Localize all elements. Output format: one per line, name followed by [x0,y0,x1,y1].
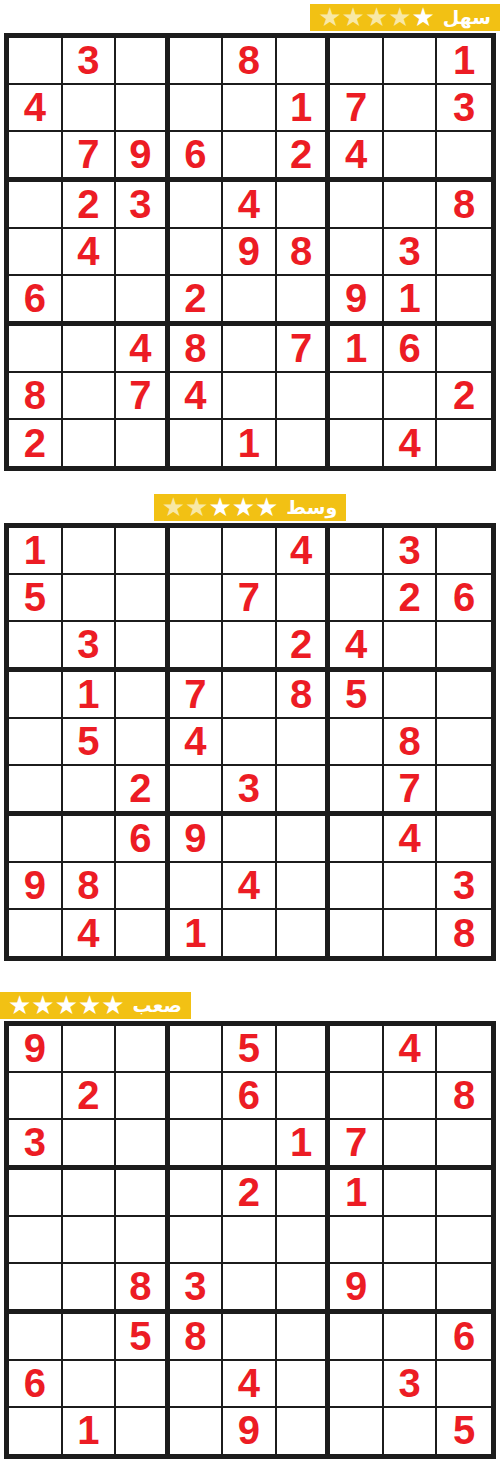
cell-r4c9[interactable] [437,672,491,719]
cell-r9c2[interactable] [63,420,117,466]
cell-r4c5[interactable] [223,672,277,719]
cell-r5c3[interactable] [116,719,170,766]
cell-r7c2[interactable] [63,816,117,863]
cell-r4c8[interactable] [384,1170,438,1217]
cell-r8c9[interactable]: 2 [437,373,491,420]
cell-r7c2[interactable] [63,326,117,373]
cell-r5c9[interactable] [437,719,491,766]
cell-r8c3[interactable] [116,1361,170,1408]
cell-r4c4[interactable] [170,182,224,229]
cell-r2c3[interactable] [116,575,170,622]
cell-r8c1[interactable]: 6 [9,1361,63,1408]
cell-r9c3[interactable] [116,910,170,956]
cell-r8c8[interactable] [384,863,438,910]
cell-r2c3[interactable] [116,1073,170,1120]
cell-r8c7[interactable] [330,863,384,910]
cell-r9c4[interactable] [170,1408,224,1455]
cell-r9c6[interactable] [277,420,331,466]
star-empty-icon: ★ [388,4,411,31]
cell-r7c6[interactable]: 7 [277,326,331,373]
cell-r3c4[interactable]: 6 [170,132,224,182]
difficulty-label-easy: سهل [443,4,491,31]
cell-r9c9[interactable]: 8 [437,910,491,956]
cell-r6c7[interactable]: 9 [330,1264,384,1314]
cell-r8c1[interactable]: 9 [9,863,63,910]
cell-r9c8[interactable] [384,1408,438,1455]
cell-r9c3[interactable] [116,1408,170,1455]
cell-r2c6[interactable] [277,575,331,622]
cell-r6c2[interactable] [63,276,117,326]
cell-r3c5[interactable] [223,132,277,182]
cell-r2c4[interactable] [170,1073,224,1120]
difficulty-banner-hard: ★★★★★ صعب [0,992,191,1019]
star-filled-icon: ★ [255,494,278,521]
cell-r6c6[interactable] [277,1264,331,1314]
cell-r7c8[interactable]: 6 [384,326,438,373]
cell-r2c8[interactable] [384,1073,438,1120]
cell-r1c8[interactable]: 4 [384,1026,438,1073]
cell-r3c6[interactable]: 1 [277,1120,331,1170]
cell-r5c8[interactable]: 8 [384,719,438,766]
cell-r3c3[interactable]: 9 [116,132,170,182]
cell-r5c7[interactable] [330,719,384,766]
cell-r9c6[interactable] [277,1408,331,1455]
star-filled-icon: ★ [412,4,435,31]
cell-r5c5[interactable] [223,1217,277,1264]
cell-r1c3[interactable] [116,528,170,575]
cell-r4c6[interactable]: 8 [277,672,331,719]
cell-r7c4[interactable]: 9 [170,816,224,863]
cell-r1c3[interactable] [116,38,170,85]
difficulty-label-medium: وسط [286,494,337,521]
cell-r6c1[interactable] [9,1264,63,1314]
cell-r7c3[interactable]: 4 [116,326,170,373]
cell-r2c6[interactable] [277,1073,331,1120]
cell-r2c8[interactable]: 2 [384,575,438,622]
cell-r9c8[interactable] [384,910,438,956]
cell-r8c6[interactable] [277,373,331,420]
cell-r1c2[interactable] [63,528,117,575]
cell-r8c9[interactable]: 3 [437,863,491,910]
cell-r9c4[interactable]: 1 [170,910,224,956]
cell-r8c4[interactable] [170,1361,224,1408]
cell-r2c5[interactable]: 6 [223,1073,277,1120]
cell-r2c1[interactable]: 4 [9,85,63,132]
difficulty-banner-row: ★★★★★ وسط [0,494,500,521]
difficulty-banner-row: ★★★★★ صعب [0,992,500,1019]
cell-r4c3[interactable] [116,672,170,719]
cell-r4c8[interactable] [384,182,438,229]
cell-r4c7[interactable]: 5 [330,672,384,719]
cell-r5c1[interactable] [9,719,63,766]
cell-r9c7[interactable] [330,1408,384,1455]
cell-r3c2[interactable]: 3 [63,622,117,672]
cell-r6c5[interactable]: 3 [223,766,277,816]
cell-r1c9[interactable]: 1 [437,38,491,85]
cell-r8c7[interactable] [330,373,384,420]
cell-r7c9[interactable]: 6 [437,1314,491,1361]
cell-r6c2[interactable] [63,766,117,816]
cell-r2c2[interactable] [63,575,117,622]
cell-r3c6[interactable]: 2 [277,622,331,672]
cell-r6c7[interactable]: 9 [330,276,384,326]
cell-r9c9[interactable]: 5 [437,1408,491,1455]
star-filled-icon: ★ [8,992,31,1019]
cell-r1c3[interactable] [116,1026,170,1073]
cell-r3c3[interactable] [116,1120,170,1170]
cell-r2c1[interactable]: 5 [9,575,63,622]
cell-r1c2[interactable] [63,1026,117,1073]
cell-r4c4[interactable]: 7 [170,672,224,719]
cell-r7c6[interactable] [277,816,331,863]
cell-r3c2[interactable]: 7 [63,132,117,182]
cell-r7c1[interactable] [9,326,63,373]
cell-r4c1[interactable] [9,1170,63,1217]
cell-r1c5[interactable]: 8 [223,38,277,85]
cell-r1c7[interactable] [330,528,384,575]
cell-r6c9[interactable] [437,766,491,816]
cell-r8c3[interactable] [116,863,170,910]
cell-r9c8[interactable]: 4 [384,420,438,466]
cell-r3c9[interactable] [437,1120,491,1170]
cell-r2c3[interactable] [116,85,170,132]
cell-r8c7[interactable] [330,1361,384,1408]
cell-r5c5[interactable]: 9 [223,229,277,276]
cell-r4c2[interactable]: 2 [63,182,117,229]
cell-r3c6[interactable]: 2 [277,132,331,182]
cell-r9c3[interactable] [116,420,170,466]
cell-r8c2[interactable] [63,1361,117,1408]
cell-r4c2[interactable] [63,1170,117,1217]
cell-r9c2[interactable]: 4 [63,910,117,956]
sudoku-board-hard: 95426831721839586643195 [4,1021,496,1459]
cell-r5c9[interactable] [437,229,491,276]
cell-r6c6[interactable] [277,276,331,326]
cell-r5c3[interactable] [116,1217,170,1264]
cell-r3c5[interactable] [223,622,277,672]
cell-r5c8[interactable]: 3 [384,229,438,276]
difficulty-banner-easy: ★★★★★ سهل [310,4,500,31]
star-filled-icon: ★ [232,494,255,521]
cell-r6c3[interactable] [116,276,170,326]
cell-r1c9[interactable] [437,528,491,575]
cell-r4c5[interactable]: 4 [223,182,277,229]
cell-r7c3[interactable]: 5 [116,1314,170,1361]
cell-r4c9[interactable]: 8 [437,182,491,229]
difficulty-banner-medium: ★★★★★ وسط [154,494,346,521]
cell-r2c7[interactable] [330,575,384,622]
cell-r8c2[interactable] [63,373,117,420]
cell-r5c6[interactable]: 8 [277,229,331,276]
cell-r9c1[interactable]: 2 [9,420,63,466]
cell-r1c8[interactable] [384,38,438,85]
cell-r5c1[interactable] [9,1217,63,1264]
cell-r3c8[interactable] [384,1120,438,1170]
cell-r6c4[interactable]: 3 [170,1264,224,1314]
cell-r4c1[interactable] [9,182,63,229]
cell-r2c5[interactable]: 7 [223,575,277,622]
cell-r1c7[interactable] [330,1026,384,1073]
cell-r3c4[interactable] [170,622,224,672]
difficulty-label-hard: صعب [133,992,182,1019]
cell-r5c1[interactable] [9,229,63,276]
cell-r9c6[interactable] [277,910,331,956]
cell-r4c7[interactable] [330,182,384,229]
cell-r1c1[interactable]: 9 [9,1026,63,1073]
difficulty-banner-row: ★★★★★ سهل [0,4,500,31]
cell-r6c8[interactable] [384,1264,438,1314]
cell-r3c8[interactable] [384,622,438,672]
cell-r5c5[interactable] [223,719,277,766]
cell-r7c6[interactable] [277,1314,331,1361]
cell-r3c2[interactable] [63,1120,117,1170]
cell-r2c7[interactable]: 7 [330,85,384,132]
cell-r1c5[interactable]: 5 [223,1026,277,1073]
cell-r5c6[interactable] [277,719,331,766]
cell-r5c2[interactable] [63,1217,117,1264]
star-empty-icon: ★ [185,494,208,521]
cell-r2c6[interactable]: 1 [277,85,331,132]
cell-r4c4[interactable] [170,1170,224,1217]
puzzle-section-medium: ★★★★★ وسط 143572632417855482376949843418 [0,494,500,961]
cell-r7c5[interactable] [223,1314,277,1361]
cell-r1c5[interactable] [223,528,277,575]
cell-r8c1[interactable]: 8 [9,373,63,420]
cell-r9c2[interactable]: 1 [63,1408,117,1455]
cell-r4c5[interactable]: 2 [223,1170,277,1217]
cell-r2c2[interactable] [63,85,117,132]
cell-r9c7[interactable] [330,420,384,466]
cell-r7c7[interactable] [330,816,384,863]
difficulty-stars: ★★★★★ [162,494,279,521]
cell-r3c1[interactable] [9,622,63,672]
cell-r4c8[interactable] [384,672,438,719]
cell-r8c8[interactable] [384,373,438,420]
difficulty-stars: ★★★★★ [318,4,435,31]
cell-r5c9[interactable] [437,1217,491,1264]
cell-r3c9[interactable] [437,622,491,672]
difficulty-stars: ★★★★★ [8,992,125,1019]
cell-r6c4[interactable]: 2 [170,276,224,326]
cell-r7c8[interactable]: 4 [384,816,438,863]
cell-r1c4[interactable] [170,38,224,85]
cell-r5c4[interactable]: 4 [170,719,224,766]
cell-r2c9[interactable]: 6 [437,575,491,622]
cell-r6c6[interactable] [277,766,331,816]
star-empty-icon: ★ [342,4,365,31]
cell-r5c3[interactable] [116,229,170,276]
cell-r8c5[interactable]: 4 [223,1361,277,1408]
cell-r9c5[interactable] [223,910,277,956]
cell-r7c9[interactable] [437,326,491,373]
cell-r8c6[interactable] [277,863,331,910]
cell-r2c8[interactable] [384,85,438,132]
cell-r7c1[interactable] [9,816,63,863]
cell-r8c2[interactable]: 8 [63,863,117,910]
cell-r3c7[interactable]: 7 [330,1120,384,1170]
cell-r2c5[interactable] [223,85,277,132]
cell-r5c2[interactable]: 4 [63,229,117,276]
cell-r7c8[interactable] [384,1314,438,1361]
cell-r4c1[interactable] [9,672,63,719]
star-empty-icon: ★ [162,494,185,521]
cell-r7c7[interactable]: 1 [330,326,384,373]
cell-r3c1[interactable]: 3 [9,1120,63,1170]
cell-r9c1[interactable] [9,1408,63,1455]
cell-r8c8[interactable]: 3 [384,1361,438,1408]
cell-r6c2[interactable] [63,1264,117,1314]
puzzle-section-easy: ★★★★★ سهل 381417379624234849836291487168… [0,4,500,471]
star-filled-icon: ★ [31,992,54,1019]
cell-r8c6[interactable] [277,1361,331,1408]
cell-r1c9[interactable] [437,1026,491,1073]
cell-r4c9[interactable] [437,1170,491,1217]
cell-r2c9[interactable]: 8 [437,1073,491,1120]
cell-r5c4[interactable] [170,1217,224,1264]
cell-r6c1[interactable] [9,766,63,816]
cell-r2c7[interactable] [330,1073,384,1120]
cell-r4c3[interactable]: 3 [116,182,170,229]
cell-r1c7[interactable] [330,38,384,85]
cell-r2c4[interactable] [170,575,224,622]
star-empty-icon: ★ [365,4,388,31]
star-filled-icon: ★ [78,992,101,1019]
cell-r9c1[interactable] [9,910,63,956]
cell-r3c9[interactable] [437,132,491,182]
cell-r5c8[interactable] [384,1217,438,1264]
cell-r7c1[interactable] [9,1314,63,1361]
cell-r2c9[interactable]: 3 [437,85,491,132]
cell-r3c7[interactable]: 4 [330,622,384,672]
cell-r3c1[interactable] [9,132,63,182]
cell-r4c3[interactable] [116,1170,170,1217]
star-filled-icon: ★ [55,992,78,1019]
star-empty-icon: ★ [318,4,341,31]
cell-r7c9[interactable] [437,816,491,863]
cell-r8c4[interactable]: 4 [170,373,224,420]
cell-r4c6[interactable] [277,182,331,229]
cell-r6c3[interactable]: 8 [116,1264,170,1314]
cell-r6c9[interactable] [437,276,491,326]
cell-r6c4[interactable] [170,766,224,816]
cell-r8c3[interactable]: 7 [116,373,170,420]
cell-r8c5[interactable]: 4 [223,863,277,910]
cell-r4c7[interactable]: 1 [330,1170,384,1217]
cell-r7c2[interactable] [63,1314,117,1361]
cell-r2c2[interactable]: 2 [63,1073,117,1120]
cell-r1c2[interactable]: 3 [63,38,117,85]
cell-r1c6[interactable] [277,38,331,85]
cell-r6c8[interactable]: 7 [384,766,438,816]
cell-r7c3[interactable]: 6 [116,816,170,863]
cell-r7c4[interactable]: 8 [170,326,224,373]
cell-r5c4[interactable] [170,229,224,276]
cell-r5c7[interactable] [330,1217,384,1264]
cell-r1c1[interactable] [9,38,63,85]
puzzle-section-hard: ★★★★★ صعب 95426831721839586643195 [0,992,500,1459]
cell-r1c6[interactable]: 4 [277,528,331,575]
cell-r6c8[interactable]: 1 [384,276,438,326]
cell-r2c1[interactable] [9,1073,63,1120]
star-filled-icon: ★ [101,992,124,1019]
cell-r5c7[interactable] [330,229,384,276]
cell-r6c9[interactable] [437,1264,491,1314]
cell-r8c4[interactable] [170,863,224,910]
cell-r4c6[interactable] [277,1170,331,1217]
cell-r2c4[interactable] [170,85,224,132]
cell-r5c6[interactable] [277,1217,331,1264]
cell-r3c4[interactable] [170,1120,224,1170]
cell-r7c5[interactable] [223,816,277,863]
cell-r9c5[interactable]: 1 [223,420,277,466]
cell-r6c5[interactable] [223,276,277,326]
star-filled-icon: ★ [208,494,231,521]
cell-r9c5[interactable]: 9 [223,1408,277,1455]
cell-r8c5[interactable] [223,373,277,420]
cell-r3c8[interactable] [384,132,438,182]
cell-r1c4[interactable] [170,528,224,575]
cell-r9c7[interactable] [330,910,384,956]
cell-r1c6[interactable] [277,1026,331,1073]
cell-r7c5[interactable] [223,326,277,373]
cell-r4c2[interactable]: 1 [63,672,117,719]
cell-r3c3[interactable] [116,622,170,672]
cell-r6c7[interactable] [330,766,384,816]
cell-r6c3[interactable]: 2 [116,766,170,816]
sudoku-board-medium: 143572632417855482376949843418 [4,523,496,961]
cell-r7c7[interactable] [330,1314,384,1361]
cell-r1c8[interactable]: 3 [384,528,438,575]
cell-r8c9[interactable] [437,1361,491,1408]
cell-r3c7[interactable]: 4 [330,132,384,182]
cell-r9c9[interactable] [437,420,491,466]
cell-r6c1[interactable]: 6 [9,276,63,326]
cell-r9c4[interactable] [170,420,224,466]
cell-r7c4[interactable]: 8 [170,1314,224,1361]
cell-r5c2[interactable]: 5 [63,719,117,766]
cell-r1c1[interactable]: 1 [9,528,63,575]
cell-r1c4[interactable] [170,1026,224,1073]
sudoku-board-easy: 381417379624234849836291487168742214 [4,33,496,471]
cell-r6c5[interactable] [223,1264,277,1314]
cell-r3c5[interactable] [223,1120,277,1170]
